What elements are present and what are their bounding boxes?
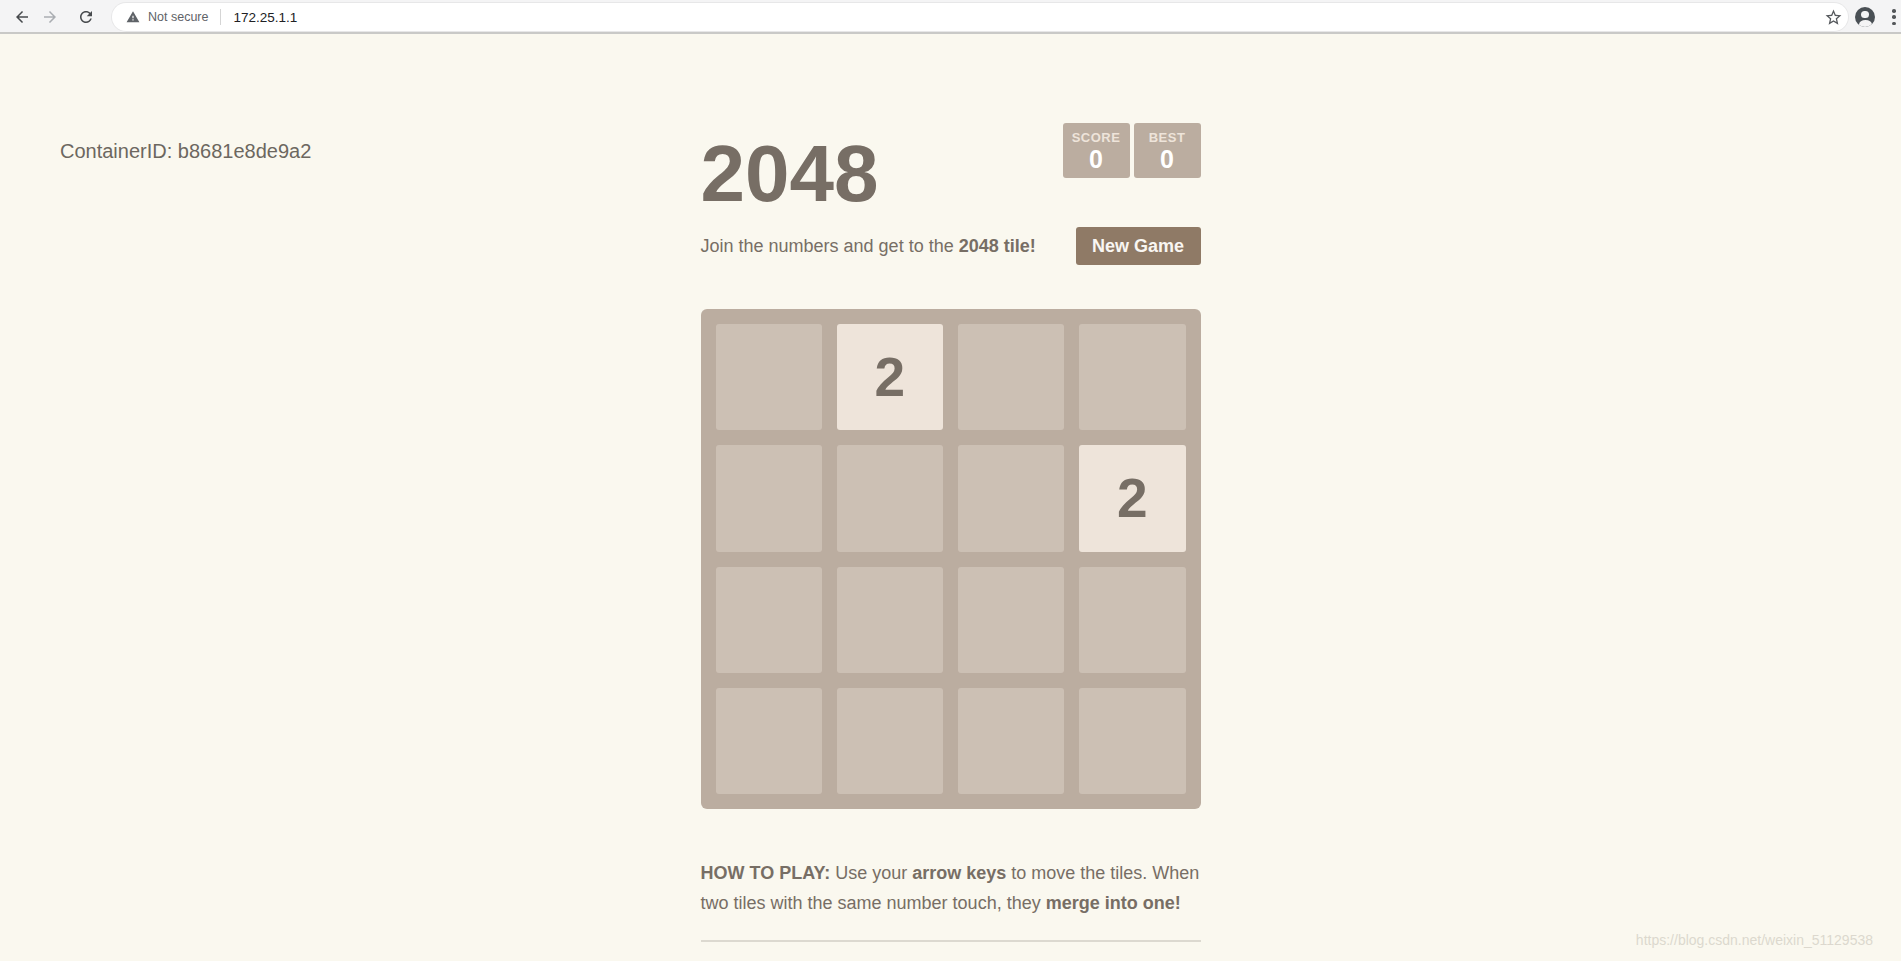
- address-bar[interactable]: Not secure 172.25.1.1: [112, 3, 1848, 31]
- bookmark-star-icon[interactable]: [1824, 8, 1843, 27]
- back-icon[interactable]: [13, 8, 31, 26]
- how-to-play-text: HOW TO PLAY: Use your arrow keys to move…: [701, 859, 1201, 918]
- score-value: 0: [1089, 147, 1103, 172]
- empty-cell: [958, 324, 1064, 430]
- game-heading: 2048 SCORE 0 BEST 0: [701, 134, 1201, 214]
- empty-cell: [958, 445, 1064, 551]
- best-box: BEST 0: [1134, 123, 1201, 178]
- score-box: SCORE 0: [1063, 123, 1130, 178]
- omnibox-divider: [220, 9, 221, 25]
- score-label: SCORE: [1072, 131, 1121, 145]
- empty-cell: [1079, 567, 1185, 673]
- best-value: 0: [1160, 147, 1174, 172]
- empty-cell: [1079, 688, 1185, 794]
- best-label: BEST: [1149, 131, 1186, 145]
- game-title: 2048: [701, 134, 879, 214]
- empty-cell: [716, 567, 822, 673]
- intro-goal-text: 2048 tile!: [959, 236, 1036, 256]
- watermark-text: https://blog.csdn.net/weixin_51129538: [1636, 932, 1873, 948]
- divider-line: [701, 940, 1201, 942]
- not-secure-warning-icon[interactable]: [126, 10, 140, 24]
- empty-cell: [837, 688, 943, 794]
- empty-cell: [716, 688, 822, 794]
- board-grid: 22: [701, 309, 1201, 809]
- profile-avatar-icon[interactable]: [1855, 7, 1875, 27]
- security-status-label: Not secure: [148, 10, 208, 24]
- empty-cell: [1079, 324, 1185, 430]
- tile-2: 2: [837, 324, 943, 430]
- browser-menu-icon[interactable]: [1892, 9, 1896, 25]
- scores-container: SCORE 0 BEST 0: [1063, 123, 1201, 214]
- empty-cell: [837, 445, 943, 551]
- page-body: ContainerID: b8681e8de9a2 2048 SCORE 0 B…: [0, 34, 1901, 961]
- container-id-label: ContainerID: b8681e8de9a2: [60, 140, 311, 163]
- game-intro: Join the numbers and get to the 2048 til…: [701, 236, 1036, 257]
- empty-cell: [716, 324, 822, 430]
- tile-2: 2: [1079, 445, 1185, 551]
- reload-icon[interactable]: [77, 8, 95, 26]
- empty-cell: [958, 567, 1064, 673]
- above-game-row: Join the numbers and get to the 2048 til…: [701, 227, 1201, 265]
- game-container: 2048 SCORE 0 BEST 0 Join the numbers and…: [701, 34, 1201, 942]
- empty-cell: [837, 567, 943, 673]
- browser-toolbar: Not secure 172.25.1.1: [0, 0, 1901, 34]
- forward-icon[interactable]: [41, 8, 59, 26]
- new-game-button[interactable]: New Game: [1076, 227, 1201, 265]
- empty-cell: [716, 445, 822, 551]
- url-text: 172.25.1.1: [233, 10, 297, 25]
- empty-cell: [958, 688, 1064, 794]
